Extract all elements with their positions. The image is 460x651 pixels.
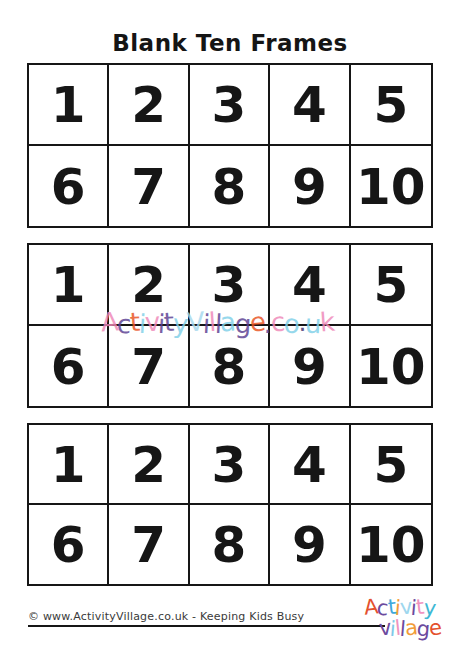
frame-cell: 10 (351, 146, 431, 227)
page-title: Blank Ten Frames (0, 30, 460, 56)
frame-cell: 1 (29, 245, 109, 326)
frame-cell: 5 (351, 65, 431, 146)
cell-number: 5 (373, 260, 408, 310)
frame-cell: 5 (351, 245, 431, 326)
frame-cell: 6 (29, 326, 109, 407)
cell-number: 8 (212, 520, 247, 570)
cell-number: 1 (51, 260, 86, 310)
cell-number: 6 (51, 520, 86, 570)
frame-cell: 9 (270, 505, 350, 585)
cell-number: 8 (212, 162, 247, 212)
cell-number: 5 (373, 440, 408, 490)
cell-number: 7 (131, 520, 166, 570)
logo-word-village: village (379, 618, 456, 639)
colored-letter: e (428, 617, 442, 639)
cell-number: 10 (356, 342, 426, 392)
cell-number: 4 (292, 440, 327, 490)
frame-cell: 5 (351, 425, 431, 505)
frame-cell: 10 (351, 326, 431, 407)
frame-cell: 3 (190, 425, 270, 505)
cell-number: 2 (131, 80, 166, 130)
cell-number: 3 (212, 80, 247, 130)
frame-cell: 4 (270, 425, 350, 505)
cell-number: 4 (292, 80, 327, 130)
frame-cell: 2 (109, 425, 189, 505)
cell-number: 1 (51, 440, 86, 490)
cell-number: 2 (131, 440, 166, 490)
frame-cell: 1 (29, 425, 109, 505)
ten-frame-grid-1: 12345678910 (27, 63, 433, 228)
copyright-text: © www.ActivityVillage.co.uk - Keeping Ki… (28, 610, 304, 623)
cell-number: 6 (51, 342, 86, 392)
frame-cell: 4 (270, 65, 350, 146)
frame-cell: 9 (270, 146, 350, 227)
cell-number: 7 (131, 162, 166, 212)
frame-cell: 8 (190, 146, 270, 227)
ten-frame-grid-3: 12345678910 (27, 423, 433, 586)
frame-cell: 3 (190, 65, 270, 146)
logo-word-activity: Activity (364, 597, 456, 618)
frame-cell: 10 (351, 505, 431, 585)
frame-cell: 6 (29, 505, 109, 585)
cell-number: 6 (51, 162, 86, 212)
cell-number: 3 (212, 440, 247, 490)
frame-cell: 7 (109, 146, 189, 227)
activity-village-logo: Activity village (360, 597, 456, 647)
frame-cell: 7 (109, 505, 189, 585)
frame-cell: 2 (109, 65, 189, 146)
cell-number: 8 (212, 342, 247, 392)
colored-letter: k (318, 302, 334, 343)
cell-number: 7 (131, 342, 166, 392)
cell-number: 9 (292, 520, 327, 570)
cell-number: 1 (51, 80, 86, 130)
activityvillage-watermark: ActivityVillage.co.uk (101, 303, 361, 343)
footer-divider-line (28, 625, 385, 627)
frame-cell: 1 (29, 65, 109, 146)
cell-number: 9 (292, 342, 327, 392)
cell-number: 10 (356, 162, 426, 212)
cell-number: 5 (373, 80, 408, 130)
frame-cell: 8 (190, 505, 270, 585)
cell-number: 9 (292, 162, 327, 212)
cell-number: 10 (356, 520, 426, 570)
frame-cell: 6 (29, 146, 109, 227)
